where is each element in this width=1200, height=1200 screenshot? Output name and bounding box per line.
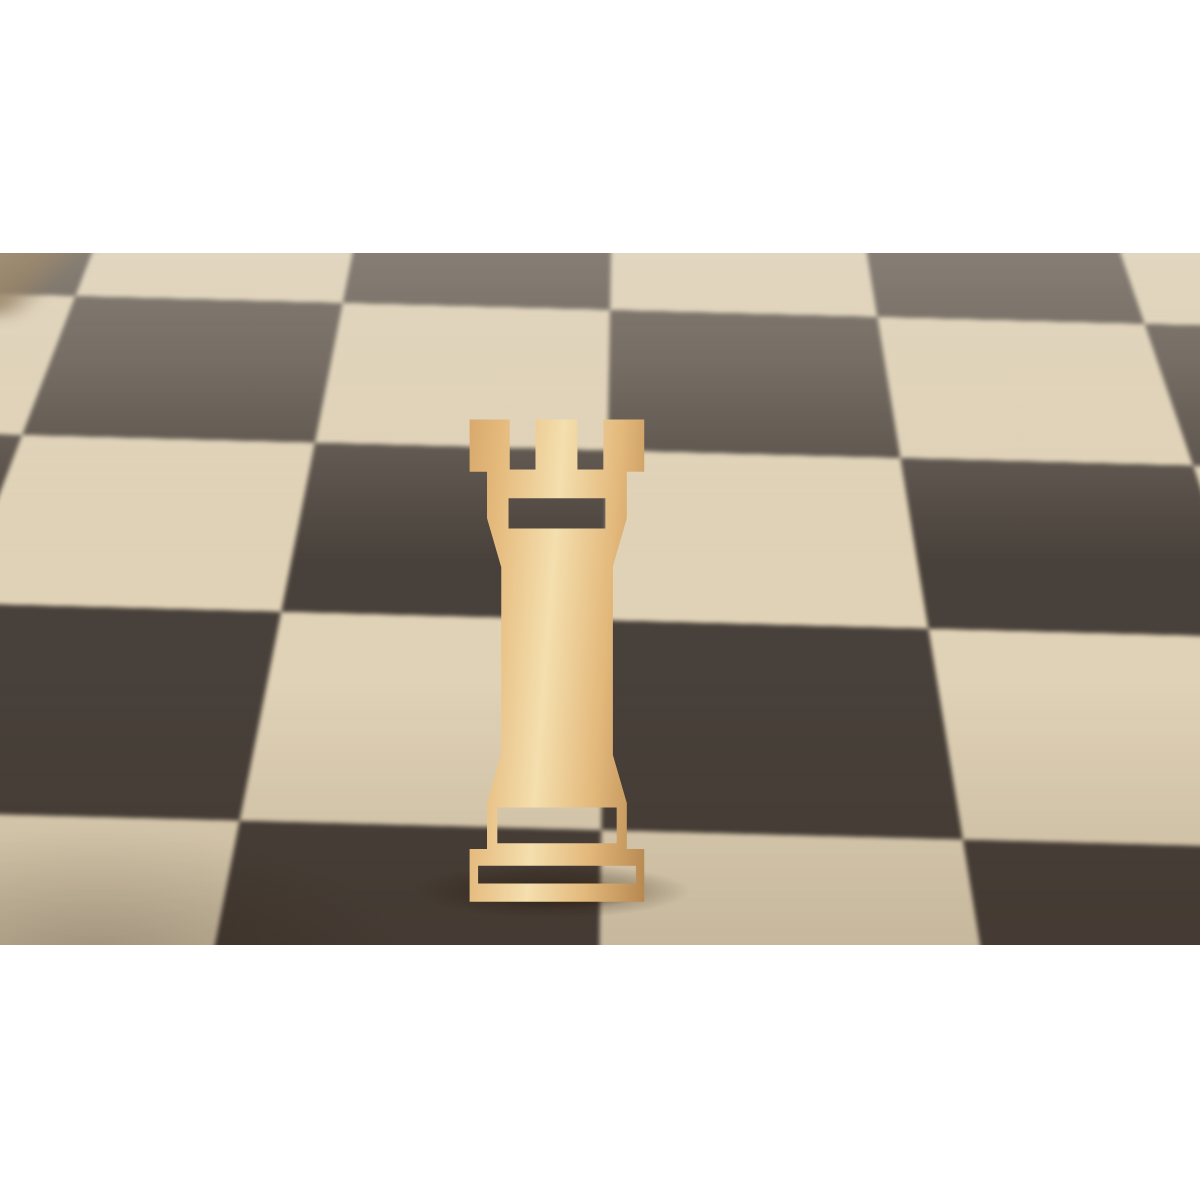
letterbox-top <box>0 0 1200 253</box>
white-rook-piece: ♜ <box>418 288 696 945</box>
photo-area: ♜ <box>0 253 1200 945</box>
screenshot-stage: ♜ <box>0 0 1200 1200</box>
rook-layer: ♜ <box>0 253 1200 945</box>
letterbox-bottom <box>0 945 1200 1200</box>
